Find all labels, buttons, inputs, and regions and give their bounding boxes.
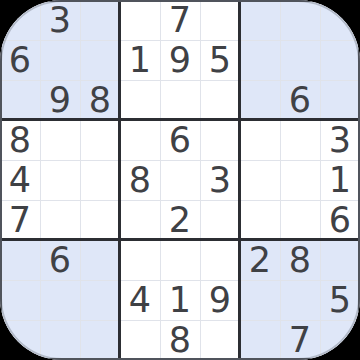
cell-r4c4[interactable]: [120, 120, 160, 160]
cell-r7c6[interactable]: [200, 240, 240, 280]
cell-r2c8[interactable]: [280, 40, 320, 80]
cell-r5c1[interactable]: 4: [0, 160, 40, 200]
cell-r6c9[interactable]: 6: [320, 200, 360, 240]
cell-r8c8[interactable]: [280, 280, 320, 320]
cell-r1c8[interactable]: [280, 0, 320, 40]
cell-r8c7[interactable]: [240, 280, 280, 320]
cell-r6c1[interactable]: 7: [0, 200, 40, 240]
cell-r7c3[interactable]: [80, 240, 120, 280]
cell-r2c9[interactable]: [320, 40, 360, 80]
cell-r2c5[interactable]: 9: [160, 40, 200, 80]
cell-r7c5[interactable]: [160, 240, 200, 280]
cell-r3c2[interactable]: 9: [40, 80, 80, 120]
cell-r4c9[interactable]: 3: [320, 120, 360, 160]
cell-r2c4[interactable]: 1: [120, 40, 160, 80]
grid-line-thick-h6: [0, 238, 360, 241]
cell-r9c4[interactable]: [120, 320, 160, 360]
cell-r4c1[interactable]: 8: [0, 120, 40, 160]
cell-r4c2[interactable]: [40, 120, 80, 160]
cell-r5c5[interactable]: [160, 160, 200, 200]
cell-r4c3[interactable]: [80, 120, 120, 160]
cell-r3c8[interactable]: 6: [280, 80, 320, 120]
sudoku-grid: 3761959868634831726628419587: [0, 0, 360, 360]
cell-r1c2[interactable]: 3: [40, 0, 80, 40]
cell-r5c6[interactable]: 3: [200, 160, 240, 200]
cell-r1c6[interactable]: [200, 0, 240, 40]
cell-r3c6[interactable]: [200, 80, 240, 120]
grid-line-thick-v6: [238, 0, 241, 360]
cell-r7c4[interactable]: [120, 240, 160, 280]
cell-r5c8[interactable]: [280, 160, 320, 200]
cell-r2c3[interactable]: [80, 40, 120, 80]
grid-line-thick-h3: [0, 118, 360, 121]
cell-r8c2[interactable]: [40, 280, 80, 320]
cell-r8c1[interactable]: [0, 280, 40, 320]
cell-r5c3[interactable]: [80, 160, 120, 200]
cell-r6c8[interactable]: [280, 200, 320, 240]
cell-r4c6[interactable]: [200, 120, 240, 160]
cell-r3c9[interactable]: [320, 80, 360, 120]
cell-r9c3[interactable]: [80, 320, 120, 360]
cell-r6c4[interactable]: [120, 200, 160, 240]
cell-r1c9[interactable]: [320, 0, 360, 40]
board-border-top: [0, 0, 360, 2]
cell-r6c3[interactable]: [80, 200, 120, 240]
cell-r3c5[interactable]: [160, 80, 200, 120]
cell-r7c9[interactable]: [320, 240, 360, 280]
cell-r8c6[interactable]: 9: [200, 280, 240, 320]
board-border-left: [0, 0, 2, 360]
cell-r1c1[interactable]: [0, 0, 40, 40]
cell-r6c5[interactable]: 2: [160, 200, 200, 240]
cell-r4c7[interactable]: [240, 120, 280, 160]
cell-r9c9[interactable]: [320, 320, 360, 360]
cell-r7c1[interactable]: [0, 240, 40, 280]
cell-r5c2[interactable]: [40, 160, 80, 200]
cell-r8c5[interactable]: 1: [160, 280, 200, 320]
cell-r5c9[interactable]: 1: [320, 160, 360, 200]
cell-r9c2[interactable]: [40, 320, 80, 360]
cell-r1c3[interactable]: [80, 0, 120, 40]
cell-r9c6[interactable]: [200, 320, 240, 360]
cell-r4c5[interactable]: 6: [160, 120, 200, 160]
cell-r3c4[interactable]: [120, 80, 160, 120]
cell-r2c6[interactable]: 5: [200, 40, 240, 80]
cell-r5c7[interactable]: [240, 160, 280, 200]
cell-r3c7[interactable]: [240, 80, 280, 120]
cell-r7c7[interactable]: 2: [240, 240, 280, 280]
cell-r6c6[interactable]: [200, 200, 240, 240]
cell-r2c7[interactable]: [240, 40, 280, 80]
cell-r7c2[interactable]: 6: [40, 240, 80, 280]
cell-r1c4[interactable]: [120, 0, 160, 40]
cell-r8c9[interactable]: 5: [320, 280, 360, 320]
cell-r6c7[interactable]: [240, 200, 280, 240]
cell-r2c2[interactable]: [40, 40, 80, 80]
cell-r2c1[interactable]: 6: [0, 40, 40, 80]
grid-line-thick-v3: [118, 0, 121, 360]
cell-r9c5[interactable]: 8: [160, 320, 200, 360]
cell-r6c2[interactable]: [40, 200, 80, 240]
cell-r1c7[interactable]: [240, 0, 280, 40]
cell-r1c5[interactable]: 7: [160, 0, 200, 40]
cell-r4c8[interactable]: [280, 120, 320, 160]
cell-r9c7[interactable]: [240, 320, 280, 360]
cell-r3c1[interactable]: [0, 80, 40, 120]
cell-r9c8[interactable]: 7: [280, 320, 320, 360]
cell-r8c3[interactable]: [80, 280, 120, 320]
cell-r8c4[interactable]: 4: [120, 280, 160, 320]
cell-r9c1[interactable]: [0, 320, 40, 360]
sudoku-board: 3761959868634831726628419587: [0, 0, 360, 360]
cell-r7c8[interactable]: 8: [280, 240, 320, 280]
cell-r5c4[interactable]: 8: [120, 160, 160, 200]
cell-r3c3[interactable]: 8: [80, 80, 120, 120]
